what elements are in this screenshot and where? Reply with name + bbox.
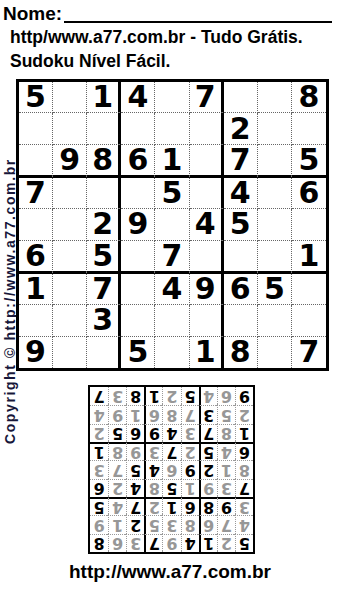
solution-cell-r1c5: 9 bbox=[162, 534, 180, 552]
puzzle-cell-r2c9 bbox=[292, 113, 326, 144]
puzzle-cell-r8c4 bbox=[121, 305, 155, 336]
puzzle-cell-r1c4: 4 bbox=[121, 82, 155, 113]
puzzle-cell-r7c4 bbox=[121, 274, 155, 305]
puzzle-cell-r8c5 bbox=[155, 305, 189, 336]
puzzle-cell-r9c6: 1 bbox=[190, 337, 224, 368]
puzzle-cell-r3c6 bbox=[190, 145, 224, 178]
solution-cell-r3c8: 4 bbox=[108, 497, 126, 515]
puzzle-cell-r7c9 bbox=[292, 274, 326, 305]
solution-cell-r2c2: 7 bbox=[217, 515, 235, 533]
puzzle-cell-r5c8 bbox=[258, 209, 292, 240]
puzzle-cell-r6c6 bbox=[190, 241, 224, 274]
solution-cell-r9c3: 4 bbox=[199, 387, 217, 405]
puzzle-cell-r1c9: 8 bbox=[292, 82, 326, 113]
solution-cell-r1c9: 8 bbox=[90, 534, 108, 552]
puzzle-cell-r1c7 bbox=[224, 82, 258, 113]
solution-cell-r7c1: 1 bbox=[235, 424, 253, 442]
puzzle-cell-r3c1 bbox=[19, 145, 53, 178]
puzzle-cell-r4c1: 7 bbox=[19, 178, 53, 209]
solution-cell-r1c8: 6 bbox=[108, 534, 126, 552]
puzzle-cell-r8c7 bbox=[224, 305, 258, 336]
solution-cell-r2c3: 6 bbox=[199, 515, 217, 533]
solution-cell-r7c4: 3 bbox=[181, 424, 199, 442]
solution-cell-r2c8: 1 bbox=[108, 515, 126, 533]
puzzle-cell-r8c6 bbox=[190, 305, 224, 336]
solution-cell-r9c1: 9 bbox=[235, 387, 253, 405]
puzzle-cell-r3c7: 7 bbox=[224, 145, 258, 178]
solution-cell-r2c7: 2 bbox=[126, 515, 144, 533]
solution-cell-r4c3: 9 bbox=[199, 479, 217, 497]
name-blank-line bbox=[64, 6, 332, 23]
solution-cell-r6c8: 8 bbox=[108, 442, 126, 460]
puzzle-cell-r5c2 bbox=[53, 209, 87, 240]
solution-cell-r9c6: 1 bbox=[144, 387, 162, 405]
solution-cell-r6c4: 2 bbox=[181, 442, 199, 460]
solution-cell-r9c4: 5 bbox=[181, 387, 199, 405]
puzzle-cell-r7c5: 4 bbox=[155, 274, 189, 305]
puzzle-cell-r5c5 bbox=[155, 209, 189, 240]
solution-cell-r4c5: 5 bbox=[162, 479, 180, 497]
solution-cell-r9c9: 7 bbox=[90, 387, 108, 405]
name-row: Nome: bbox=[0, 0, 340, 23]
puzzle-cell-r3c2: 9 bbox=[53, 145, 87, 178]
puzzle-cell-r2c7: 2 bbox=[224, 113, 258, 144]
solution-cell-r5c5: 6 bbox=[162, 460, 180, 478]
puzzle-cell-r1c5 bbox=[155, 82, 189, 113]
puzzle-cell-r6c3: 5 bbox=[87, 241, 121, 274]
puzzle-cell-r2c4 bbox=[121, 113, 155, 144]
solution-cell-r1c7: 3 bbox=[126, 534, 144, 552]
site-url-heading: http/www.a77.com.br - Tudo Grátis. bbox=[10, 27, 340, 48]
solution-cell-r5c9: 3 bbox=[90, 460, 108, 478]
puzzle-cell-r6c9: 1 bbox=[292, 241, 326, 274]
puzzle-cell-r7c6: 9 bbox=[190, 274, 224, 305]
puzzle-cell-r6c5: 7 bbox=[155, 241, 189, 274]
puzzle-cell-r6c8 bbox=[258, 241, 292, 274]
puzzle-cell-r5c9 bbox=[292, 209, 326, 240]
solution-board-rotated: 5214973684768352193986127457391584268129… bbox=[88, 385, 255, 554]
solution-cell-r8c7: 1 bbox=[126, 405, 144, 423]
solution-cell-r6c9: 1 bbox=[90, 442, 108, 460]
puzzle-cell-r6c2 bbox=[53, 241, 87, 274]
puzzle-cell-r4c4 bbox=[121, 178, 155, 209]
puzzle-title: Sudoku Nível Fácil. bbox=[10, 51, 340, 72]
solution-cell-r4c1: 7 bbox=[235, 479, 253, 497]
solution-cell-r3c7: 7 bbox=[126, 497, 144, 515]
puzzle-cell-r4c3 bbox=[87, 178, 121, 209]
puzzle-cell-r5c6: 4 bbox=[190, 209, 224, 240]
solution-cell-r8c8: 9 bbox=[108, 405, 126, 423]
solution-cell-r4c4: 1 bbox=[181, 479, 199, 497]
puzzle-cell-r3c9: 5 bbox=[292, 145, 326, 178]
puzzle-cell-r8c9 bbox=[292, 305, 326, 336]
solution-cell-r7c2: 8 bbox=[217, 424, 235, 442]
solution-cell-r3c5: 1 bbox=[162, 497, 180, 515]
puzzle-cell-r4c5: 5 bbox=[155, 178, 189, 209]
puzzle-cell-r9c7: 8 bbox=[224, 337, 258, 368]
solution-cell-r7c3: 7 bbox=[199, 424, 217, 442]
solution-cell-r3c4: 6 bbox=[181, 497, 199, 515]
puzzle-cell-r7c1: 1 bbox=[19, 274, 53, 305]
solution-cell-r9c5: 2 bbox=[162, 387, 180, 405]
puzzle-cell-r3c8 bbox=[258, 145, 292, 178]
solution-cell-r1c3: 1 bbox=[199, 534, 217, 552]
puzzle-cell-r4c6 bbox=[190, 178, 224, 209]
puzzle-cell-r4c9: 6 bbox=[292, 178, 326, 209]
puzzle-cell-r8c1 bbox=[19, 305, 53, 336]
solution-cell-r7c5: 4 bbox=[162, 424, 180, 442]
solution-cell-r5c7: 5 bbox=[126, 460, 144, 478]
solution-cell-r2c9: 9 bbox=[90, 515, 108, 533]
footer-url: http://www.a77.com.br bbox=[0, 561, 340, 583]
solution-cell-r9c7: 8 bbox=[126, 387, 144, 405]
puzzle-cell-r9c9: 7 bbox=[292, 337, 326, 368]
solution-cell-r9c2: 6 bbox=[217, 387, 235, 405]
puzzle-cell-r2c2 bbox=[53, 113, 87, 144]
puzzle-cell-r1c8 bbox=[258, 82, 292, 113]
puzzle-cell-r9c2 bbox=[53, 337, 87, 368]
solution-cell-r3c1: 3 bbox=[235, 497, 253, 515]
solution-cell-r2c6: 5 bbox=[144, 515, 162, 533]
puzzle-cell-r2c3 bbox=[87, 113, 121, 144]
solution-cell-r3c2: 9 bbox=[217, 497, 235, 515]
puzzle-cell-r8c2 bbox=[53, 305, 87, 336]
solution-cell-r1c2: 2 bbox=[217, 534, 235, 552]
puzzle-cell-r7c3: 7 bbox=[87, 274, 121, 305]
puzzle-cell-r5c4: 9 bbox=[121, 209, 155, 240]
solution-cell-r7c8: 5 bbox=[108, 424, 126, 442]
puzzle-cell-r2c6 bbox=[190, 113, 224, 144]
puzzle-cell-r5c3: 2 bbox=[87, 209, 121, 240]
puzzle-cell-r7c7: 6 bbox=[224, 274, 258, 305]
solution-cell-r6c7: 9 bbox=[126, 442, 144, 460]
puzzle-cell-r4c7: 4 bbox=[224, 178, 258, 209]
solution-cell-r6c6: 3 bbox=[144, 442, 162, 460]
solution-cell-r7c9: 2 bbox=[90, 424, 108, 442]
solution-cell-r6c2: 4 bbox=[217, 442, 235, 460]
solution-cell-r6c3: 5 bbox=[199, 442, 217, 460]
solution-cell-r1c6: 7 bbox=[144, 534, 162, 552]
solution-cell-r4c2: 3 bbox=[217, 479, 235, 497]
puzzle-cell-r1c3: 1 bbox=[87, 82, 121, 113]
solution-cell-r7c6: 9 bbox=[144, 424, 162, 442]
puzzle-cell-r1c2 bbox=[53, 82, 87, 113]
solution-cell-r4c6: 8 bbox=[144, 479, 162, 497]
solution-cell-r2c4: 8 bbox=[181, 515, 199, 533]
solution-cell-r1c4: 4 bbox=[181, 534, 199, 552]
puzzle-cell-r9c4: 5 bbox=[121, 337, 155, 368]
solution-cell-r6c1: 6 bbox=[235, 442, 253, 460]
puzzle-cell-r2c1 bbox=[19, 113, 53, 144]
solution-cell-r6c5: 7 bbox=[162, 442, 180, 460]
puzzle-cell-r9c5 bbox=[155, 337, 189, 368]
solution-cell-r9c8: 3 bbox=[108, 387, 126, 405]
puzzle-cell-r4c2 bbox=[53, 178, 87, 209]
solution-cell-r8c5: 8 bbox=[162, 405, 180, 423]
puzzle-cell-r6c7 bbox=[224, 241, 258, 274]
solution-cell-r3c6: 2 bbox=[144, 497, 162, 515]
solution-cell-r4c7: 4 bbox=[126, 479, 144, 497]
solution-cell-r4c8: 2 bbox=[108, 479, 126, 497]
puzzle-cell-r5c7: 5 bbox=[224, 209, 258, 240]
puzzle-cell-r3c4: 6 bbox=[121, 145, 155, 178]
solution-cell-r8c2: 5 bbox=[217, 405, 235, 423]
solution-cell-r5c3: 2 bbox=[199, 460, 217, 478]
solution-cell-r8c9: 4 bbox=[90, 405, 108, 423]
puzzle-cell-r3c3: 8 bbox=[87, 145, 121, 178]
puzzle-cell-r8c8 bbox=[258, 305, 292, 336]
solution-cell-r3c3: 8 bbox=[199, 497, 217, 515]
puzzle-cell-r6c4 bbox=[121, 241, 155, 274]
solution-cell-r8c6: 6 bbox=[144, 405, 162, 423]
solution-cell-r4c9: 6 bbox=[90, 479, 108, 497]
puzzle-cell-r6c1: 6 bbox=[19, 241, 53, 274]
puzzle-cell-r2c8 bbox=[258, 113, 292, 144]
sudoku-board: 514782986175754629456571174965395187 bbox=[16, 79, 329, 371]
puzzle-cell-r9c8 bbox=[258, 337, 292, 368]
solution-cell-r8c3: 3 bbox=[199, 405, 217, 423]
puzzle-cell-r3c5: 1 bbox=[155, 145, 189, 178]
solution-cell-r5c8: 7 bbox=[108, 460, 126, 478]
solution-cell-r7c7: 6 bbox=[126, 424, 144, 442]
solution-cell-r3c9: 5 bbox=[90, 497, 108, 515]
name-label: Nome: bbox=[3, 4, 62, 23]
puzzle-cell-r1c1: 5 bbox=[19, 82, 53, 113]
puzzle-cell-r8c3: 3 bbox=[87, 305, 121, 336]
puzzle-cell-r9c1: 9 bbox=[19, 337, 53, 368]
puzzle-cell-r9c3 bbox=[87, 337, 121, 368]
puzzle-cell-r4c8 bbox=[258, 178, 292, 209]
puzzle-cell-r7c2 bbox=[53, 274, 87, 305]
puzzle-cell-r7c8: 5 bbox=[258, 274, 292, 305]
solution-cell-r1c1: 5 bbox=[235, 534, 253, 552]
solution-cell-r8c4: 7 bbox=[181, 405, 199, 423]
solution-cell-r5c6: 4 bbox=[144, 460, 162, 478]
puzzle-cell-r2c5 bbox=[155, 113, 189, 144]
solution-cell-r8c1: 2 bbox=[235, 405, 253, 423]
puzzle-cell-r1c6: 7 bbox=[190, 82, 224, 113]
solution-cell-r5c4: 9 bbox=[181, 460, 199, 478]
solution-cell-r5c2: 1 bbox=[217, 460, 235, 478]
solution-cell-r5c1: 8 bbox=[235, 460, 253, 478]
puzzle-cell-r5c1 bbox=[19, 209, 53, 240]
solution-cell-r2c5: 3 bbox=[162, 515, 180, 533]
solution-cell-r2c1: 4 bbox=[235, 515, 253, 533]
